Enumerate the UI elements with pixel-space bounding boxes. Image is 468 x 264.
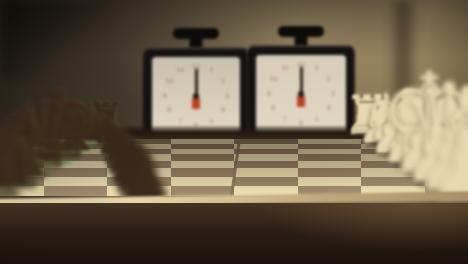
clock-numeral: 9 bbox=[163, 93, 167, 99]
clock-numeral: 6 bbox=[299, 120, 303, 126]
clock-face: 121234567891011 bbox=[152, 57, 240, 136]
clock-flag bbox=[297, 96, 305, 107]
board-front-rim bbox=[0, 203, 468, 264]
clock-hub bbox=[193, 93, 199, 99]
clock-numeral: 5 bbox=[315, 116, 319, 122]
clock-numeral: 10 bbox=[269, 76, 277, 82]
clock-numeral: 1 bbox=[315, 65, 319, 71]
square-c3 bbox=[298, 168, 362, 177]
clock-numeral: 3 bbox=[331, 91, 335, 97]
square-d5 bbox=[171, 161, 235, 169]
square-d3 bbox=[298, 161, 362, 169]
left-chess-clock: 121234567891011 bbox=[143, 28, 249, 142]
clock-numeral: 2 bbox=[327, 76, 331, 82]
clock-hub bbox=[298, 91, 304, 97]
square-c5 bbox=[171, 168, 235, 177]
clock-numeral: 5 bbox=[210, 118, 214, 124]
clock-numeral: 7 bbox=[179, 118, 183, 124]
clock-numeral: 2 bbox=[221, 78, 225, 84]
clock-numeral: 7 bbox=[283, 116, 287, 122]
photo-scene: 121234567891011 121234567891011 ♜♞♝♛♚♝♞♜… bbox=[0, 0, 468, 264]
clock-numeral: 11 bbox=[281, 65, 289, 71]
square-b4 bbox=[234, 177, 298, 187]
clock-flag bbox=[192, 98, 200, 109]
square-b3 bbox=[298, 177, 362, 187]
minute-hand bbox=[300, 67, 303, 94]
clock-numeral: 4 bbox=[221, 107, 225, 113]
right-chess-clock: 121234567891011 bbox=[247, 26, 355, 142]
clock-numeral: 11 bbox=[177, 67, 185, 73]
clock-numeral: 9 bbox=[267, 91, 271, 97]
clock-numeral: 3 bbox=[225, 93, 229, 99]
minute-hand bbox=[195, 69, 198, 96]
corner-shadow bbox=[0, 0, 110, 80]
square-c4 bbox=[234, 168, 298, 177]
clock-numeral: 10 bbox=[165, 78, 173, 84]
clock-numeral: 8 bbox=[167, 107, 171, 113]
square-d4 bbox=[234, 161, 298, 169]
clock-face: 121234567891011 bbox=[256, 55, 346, 136]
clock-numeral: 1 bbox=[210, 67, 214, 73]
clock-numeral: 4 bbox=[327, 105, 331, 111]
square-b5 bbox=[171, 177, 235, 187]
clock-numeral: 8 bbox=[271, 105, 275, 111]
